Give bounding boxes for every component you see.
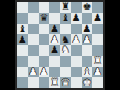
- square-a5[interactable]: ♟: [17, 34, 28, 45]
- square-f5[interactable]: ♟: [71, 34, 82, 45]
- square-h1[interactable]: [92, 77, 103, 88]
- square-h6[interactable]: [92, 24, 103, 35]
- piece-white-queen[interactable]: ♛: [61, 77, 70, 87]
- square-b7[interactable]: [28, 13, 39, 24]
- square-g8[interactable]: ♚: [82, 2, 93, 13]
- piece-black-pawn[interactable]: ♟: [18, 34, 27, 44]
- square-h7[interactable]: ♟: [92, 13, 103, 24]
- piece-black-rook[interactable]: ♜: [61, 2, 70, 12]
- square-b3[interactable]: [28, 56, 39, 67]
- square-a3[interactable]: [17, 56, 28, 67]
- square-a2[interactable]: [17, 67, 28, 78]
- square-e8[interactable]: ♜: [60, 2, 71, 13]
- square-d4[interactable]: ♟: [49, 45, 60, 56]
- square-c4[interactable]: [39, 45, 50, 56]
- piece-black-queen[interactable]: ♛: [39, 13, 48, 23]
- square-g6[interactable]: ♟: [82, 24, 93, 35]
- square-f3[interactable]: [71, 56, 82, 67]
- piece-black-pawn[interactable]: ♟: [93, 13, 102, 23]
- square-h2[interactable]: ♟: [92, 67, 103, 78]
- square-a4[interactable]: [17, 45, 28, 56]
- square-e4[interactable]: ♞: [60, 45, 71, 56]
- piece-black-pawn[interactable]: ♟: [50, 45, 59, 55]
- square-h3[interactable]: ♜: [92, 56, 103, 67]
- square-a7[interactable]: [17, 13, 28, 24]
- square-c1[interactable]: [39, 77, 50, 88]
- piece-black-pawn[interactable]: ♟: [50, 24, 59, 34]
- square-c3[interactable]: [39, 56, 50, 67]
- square-b8[interactable]: [28, 2, 39, 13]
- square-a6[interactable]: ♝: [17, 24, 28, 35]
- square-c6[interactable]: [39, 24, 50, 35]
- piece-white-pawn[interactable]: ♟: [82, 34, 91, 44]
- piece-black-knight[interactable]: ♞: [61, 34, 70, 44]
- piece-white-pawn[interactable]: ♟: [72, 34, 81, 44]
- square-g4[interactable]: [82, 45, 93, 56]
- square-c8[interactable]: [39, 2, 50, 13]
- piece-white-bishop[interactable]: ♝: [82, 67, 91, 77]
- piece-white-pawn[interactable]: ♟: [39, 67, 48, 77]
- square-g7[interactable]: [82, 13, 93, 24]
- square-d2[interactable]: [49, 67, 60, 78]
- square-f2[interactable]: [71, 67, 82, 78]
- piece-black-pawn[interactable]: ♟: [82, 24, 91, 34]
- square-h5[interactable]: [92, 34, 103, 45]
- square-d8[interactable]: [49, 2, 60, 13]
- square-e6[interactable]: [60, 24, 71, 35]
- square-c2[interactable]: ♟: [39, 67, 50, 78]
- square-f7[interactable]: ♟: [71, 13, 82, 24]
- piece-black-king[interactable]: ♚: [82, 2, 91, 12]
- square-b4[interactable]: [28, 45, 39, 56]
- square-a8[interactable]: [17, 2, 28, 13]
- piece-white-pawn[interactable]: ♟: [50, 34, 59, 44]
- square-b5[interactable]: [28, 34, 39, 45]
- square-e3[interactable]: [60, 56, 71, 67]
- chess-board: ♜♚♛♝♟♟♝♟♟♟♟♞♟♟♟♞♜♟♟♝♟♜♛♚: [17, 2, 103, 88]
- letterbox-background: ♜♚♛♝♟♟♝♟♟♟♟♞♟♟♟♞♜♟♟♝♟♜♛♚: [0, 0, 120, 90]
- piece-black-bishop[interactable]: ♝: [61, 13, 70, 23]
- square-b1[interactable]: [28, 77, 39, 88]
- board-frame: ♜♚♛♝♟♟♝♟♟♟♟♞♟♟♟♞♜♟♟♝♟♜♛♚: [15, 0, 105, 90]
- square-d7[interactable]: [49, 13, 60, 24]
- square-f4[interactable]: [71, 45, 82, 56]
- square-a1[interactable]: [17, 77, 28, 88]
- piece-black-pawn[interactable]: ♟: [72, 13, 81, 23]
- square-b2[interactable]: ♟: [28, 67, 39, 78]
- piece-white-rook[interactable]: ♜: [50, 77, 59, 87]
- square-g3[interactable]: [82, 56, 93, 67]
- square-c7[interactable]: ♛: [39, 13, 50, 24]
- square-g1[interactable]: ♚: [82, 77, 93, 88]
- square-b6[interactable]: [28, 24, 39, 35]
- square-d3[interactable]: [49, 56, 60, 67]
- piece-white-knight[interactable]: ♞: [61, 45, 70, 55]
- square-d5[interactable]: ♟: [49, 34, 60, 45]
- square-g2[interactable]: ♝: [82, 67, 93, 78]
- square-c5[interactable]: [39, 34, 50, 45]
- square-g5[interactable]: ♟: [82, 34, 93, 45]
- square-h8[interactable]: [92, 2, 103, 13]
- square-d1[interactable]: ♜: [49, 77, 60, 88]
- piece-white-king[interactable]: ♚: [82, 77, 91, 87]
- square-e2[interactable]: [60, 67, 71, 78]
- square-e7[interactable]: ♝: [60, 13, 71, 24]
- square-e1[interactable]: ♛: [60, 77, 71, 88]
- square-d6[interactable]: ♟: [49, 24, 60, 35]
- square-f1[interactable]: [71, 77, 82, 88]
- square-f6[interactable]: [71, 24, 82, 35]
- piece-white-rook[interactable]: ♜: [93, 56, 102, 66]
- piece-black-bishop[interactable]: ♝: [18, 24, 27, 34]
- piece-white-pawn[interactable]: ♟: [93, 67, 102, 77]
- square-h4[interactable]: [92, 45, 103, 56]
- square-f8[interactable]: [71, 2, 82, 13]
- square-e5[interactable]: ♞: [60, 34, 71, 45]
- piece-white-pawn[interactable]: ♟: [29, 67, 38, 77]
